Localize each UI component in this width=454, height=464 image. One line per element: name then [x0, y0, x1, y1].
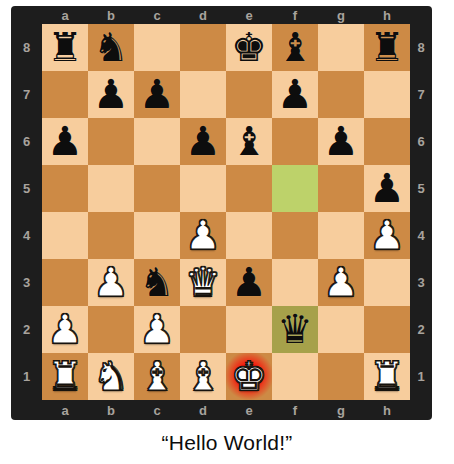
- square-c5[interactable]: [134, 165, 180, 212]
- black-pawn[interactable]: ♟: [364, 165, 410, 212]
- white-bishop[interactable]: ♝: [134, 353, 180, 400]
- white-knight[interactable]: ♞: [88, 353, 134, 400]
- black-queen[interactable]: ♛: [272, 306, 318, 353]
- rank-label-7: 7: [410, 87, 432, 102]
- square-h7[interactable]: [364, 71, 410, 118]
- file-label-h: h: [364, 8, 410, 23]
- square-d8[interactable]: [180, 24, 226, 71]
- black-knight[interactable]: ♞: [88, 24, 134, 71]
- square-g8[interactable]: [318, 24, 364, 71]
- square-a3[interactable]: [42, 259, 88, 306]
- white-pawn[interactable]: ♟: [134, 306, 180, 353]
- black-bishop[interactable]: ♝: [272, 24, 318, 71]
- white-bishop[interactable]: ♝: [180, 353, 226, 400]
- rank-label-4: 4: [11, 228, 42, 243]
- rank-label-2: 2: [410, 322, 432, 337]
- rank-label-8: 8: [410, 40, 432, 55]
- white-pawn[interactable]: ♟: [88, 259, 134, 306]
- square-h1[interactable]: ♜: [364, 353, 410, 400]
- file-label-a: a: [42, 403, 88, 418]
- square-c4[interactable]: [134, 212, 180, 259]
- square-a1[interactable]: ♜: [42, 353, 88, 400]
- square-h5[interactable]: ♟: [364, 165, 410, 212]
- square-c2[interactable]: ♟: [134, 306, 180, 353]
- square-h6[interactable]: [364, 118, 410, 165]
- white-king[interactable]: ♚: [226, 353, 272, 400]
- square-d3[interactable]: ♛: [180, 259, 226, 306]
- black-bishop[interactable]: ♝: [226, 118, 272, 165]
- square-g2[interactable]: [318, 306, 364, 353]
- square-b4[interactable]: [88, 212, 134, 259]
- square-e7[interactable]: [226, 71, 272, 118]
- file-label-c: c: [134, 403, 180, 418]
- black-king[interactable]: ♚: [226, 24, 272, 71]
- white-pawn[interactable]: ♟: [180, 212, 226, 259]
- square-f1[interactable]: [272, 353, 318, 400]
- square-c8[interactable]: [134, 24, 180, 71]
- square-a4[interactable]: [42, 212, 88, 259]
- file-label-f: f: [272, 8, 318, 23]
- square-b5[interactable]: [88, 165, 134, 212]
- square-g4[interactable]: [318, 212, 364, 259]
- square-b3[interactable]: ♟: [88, 259, 134, 306]
- black-pawn[interactable]: ♟: [42, 118, 88, 165]
- square-h2[interactable]: [364, 306, 410, 353]
- file-label-d: d: [180, 8, 226, 23]
- rank-label-3: 3: [410, 275, 432, 290]
- square-e8[interactable]: ♚: [226, 24, 272, 71]
- square-a8[interactable]: ♜: [42, 24, 88, 71]
- black-pawn[interactable]: ♟: [88, 71, 134, 118]
- square-d7[interactable]: [180, 71, 226, 118]
- square-c6[interactable]: [134, 118, 180, 165]
- rank-labels-left: 87654321: [11, 24, 42, 400]
- square-g7[interactable]: [318, 71, 364, 118]
- white-rook[interactable]: ♜: [364, 353, 410, 400]
- file-label-d: d: [180, 403, 226, 418]
- square-b6[interactable]: [88, 118, 134, 165]
- square-f6[interactable]: [272, 118, 318, 165]
- file-label-g: g: [318, 8, 364, 23]
- rank-label-1: 1: [11, 369, 42, 384]
- white-queen[interactable]: ♛: [180, 259, 226, 306]
- white-rook[interactable]: ♜: [42, 353, 88, 400]
- square-h8[interactable]: ♜: [364, 24, 410, 71]
- rank-label-5: 5: [11, 181, 42, 196]
- square-a7[interactable]: [42, 71, 88, 118]
- square-d1[interactable]: ♝: [180, 353, 226, 400]
- square-b1[interactable]: ♞: [88, 353, 134, 400]
- black-pawn[interactable]: ♟: [134, 71, 180, 118]
- rank-label-6: 6: [11, 134, 42, 149]
- chess-board[interactable]: ♜♞♚♝♜♟♟♟♟♟♝♟♟♟♟♟♞♛♟♟♟♟♛♜♞♝♝♚♜: [42, 24, 410, 400]
- black-pawn[interactable]: ♟: [226, 259, 272, 306]
- square-d6[interactable]: ♟: [180, 118, 226, 165]
- rank-label-1: 1: [410, 369, 432, 384]
- square-d2[interactable]: [180, 306, 226, 353]
- square-c1[interactable]: ♝: [134, 353, 180, 400]
- file-label-a: a: [42, 8, 88, 23]
- square-f2[interactable]: ♛: [272, 306, 318, 353]
- square-b2[interactable]: [88, 306, 134, 353]
- file-label-g: g: [318, 403, 364, 418]
- square-a2[interactable]: ♟: [42, 306, 88, 353]
- file-label-c: c: [134, 8, 180, 23]
- rank-label-3: 3: [11, 275, 42, 290]
- square-b7[interactable]: ♟: [88, 71, 134, 118]
- rank-label-4: 4: [410, 228, 432, 243]
- chess-board-frame: abcdefgh 87654321 87654321 abcdefgh ♜♞♚♝…: [11, 6, 432, 420]
- caption: “Hello World!”: [0, 426, 454, 460]
- square-c7[interactable]: ♟: [134, 71, 180, 118]
- square-f7[interactable]: ♟: [272, 71, 318, 118]
- file-label-f: f: [272, 403, 318, 418]
- square-e5[interactable]: [226, 165, 272, 212]
- rank-label-7: 7: [11, 87, 42, 102]
- white-pawn[interactable]: ♟: [318, 259, 364, 306]
- white-pawn[interactable]: ♟: [364, 212, 410, 259]
- file-label-h: h: [364, 403, 410, 418]
- square-e1[interactable]: ♚: [226, 353, 272, 400]
- square-e6[interactable]: ♝: [226, 118, 272, 165]
- file-labels-top: abcdefgh: [42, 6, 410, 24]
- square-f8[interactable]: ♝: [272, 24, 318, 71]
- rank-labels-right: 87654321: [410, 24, 432, 400]
- square-a6[interactable]: ♟: [42, 118, 88, 165]
- square-c3[interactable]: ♞: [134, 259, 180, 306]
- file-labels-bottom: abcdefgh: [42, 400, 410, 420]
- black-rook[interactable]: ♜: [42, 24, 88, 71]
- rank-label-6: 6: [410, 134, 432, 149]
- square-h4[interactable]: ♟: [364, 212, 410, 259]
- file-label-e: e: [226, 8, 272, 23]
- square-a5[interactable]: [42, 165, 88, 212]
- white-pawn[interactable]: ♟: [42, 306, 88, 353]
- file-label-b: b: [88, 403, 134, 418]
- rank-label-5: 5: [410, 181, 432, 196]
- square-g5[interactable]: [318, 165, 364, 212]
- square-g3[interactable]: ♟: [318, 259, 364, 306]
- square-e2[interactable]: [226, 306, 272, 353]
- rank-label-2: 2: [11, 322, 42, 337]
- square-f4[interactable]: [272, 212, 318, 259]
- black-pawn[interactable]: ♟: [180, 118, 226, 165]
- black-pawn[interactable]: ♟: [318, 118, 364, 165]
- black-rook[interactable]: ♜: [364, 24, 410, 71]
- square-f5[interactable]: [272, 165, 318, 212]
- square-g6[interactable]: ♟: [318, 118, 364, 165]
- rank-label-8: 8: [11, 40, 42, 55]
- black-knight[interactable]: ♞: [134, 259, 180, 306]
- square-e4[interactable]: [226, 212, 272, 259]
- square-d4[interactable]: ♟: [180, 212, 226, 259]
- square-h3[interactable]: [364, 259, 410, 306]
- square-g1[interactable]: [318, 353, 364, 400]
- square-d5[interactable]: [180, 165, 226, 212]
- black-pawn[interactable]: ♟: [272, 71, 318, 118]
- file-label-e: e: [226, 403, 272, 418]
- square-e3[interactable]: ♟: [226, 259, 272, 306]
- square-f3[interactable]: [272, 259, 318, 306]
- file-label-b: b: [88, 8, 134, 23]
- square-b8[interactable]: ♞: [88, 24, 134, 71]
